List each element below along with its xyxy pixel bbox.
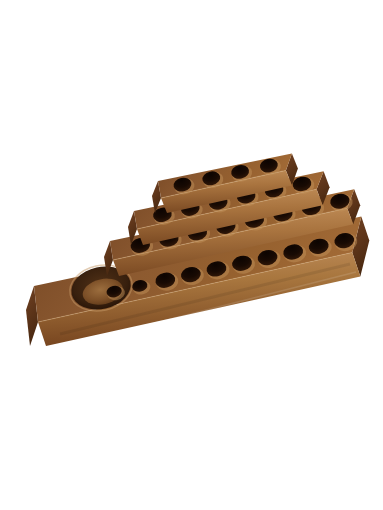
tiered-pit-board <box>0 0 383 510</box>
product-photo-canvas <box>0 0 383 510</box>
